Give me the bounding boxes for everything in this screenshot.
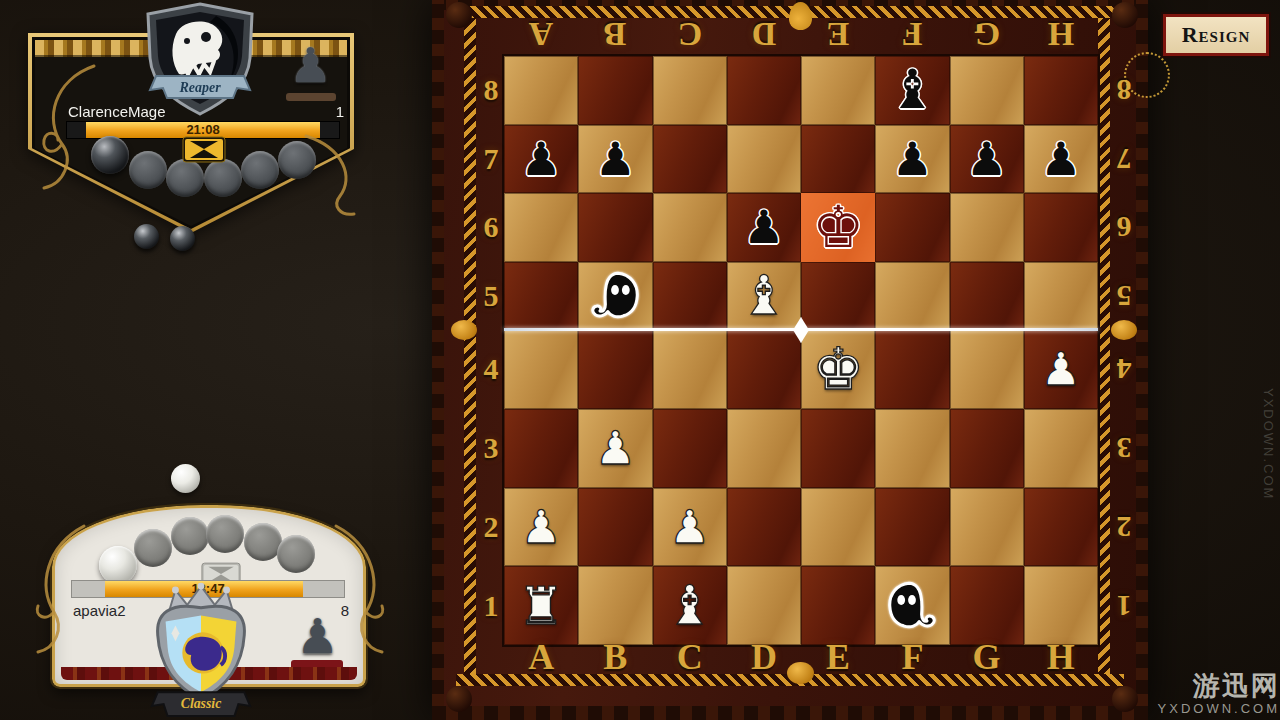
file-label-bottom-f: F bbox=[901, 636, 923, 678]
file-label-top-b: B bbox=[604, 15, 627, 53]
watermark-site-url: YXDOWN.COM bbox=[1158, 702, 1280, 716]
rank-label-left-1: 1 bbox=[484, 589, 499, 623]
file-label-top-d: D bbox=[752, 15, 777, 53]
opponent-pawn-base bbox=[286, 93, 336, 101]
file-label-top-h: H bbox=[1048, 15, 1074, 53]
rank-label-right-2: 2 bbox=[1117, 510, 1132, 544]
file-label-top-a: A bbox=[529, 15, 554, 53]
watermark: 游迅网 YXDOWN.COM bbox=[1158, 672, 1280, 716]
empty-stone-slot bbox=[204, 159, 242, 197]
file-label-top-e: E bbox=[827, 15, 850, 53]
file-label-bottom-a: A bbox=[528, 636, 554, 678]
white-stone-loose bbox=[171, 464, 200, 493]
rank-label-right-1: 1 bbox=[1117, 589, 1132, 623]
file-label-top-c: C bbox=[677, 15, 702, 53]
rank-label-left-8: 8 bbox=[484, 73, 499, 107]
rank-label-right-7: 7 bbox=[1117, 142, 1132, 176]
reaper-army-badge: Reaper bbox=[140, 0, 260, 122]
flourish-ornament bbox=[34, 60, 104, 210]
file-label-bottom-c: C bbox=[677, 636, 703, 678]
rank-label-right-5: 5 bbox=[1117, 279, 1132, 313]
empty-stone-slot bbox=[241, 151, 279, 189]
resign-button[interactable]: Resign bbox=[1163, 14, 1269, 56]
file-label-bottom-h: H bbox=[1047, 636, 1075, 678]
file-label-top-g: G bbox=[973, 15, 999, 53]
watermark-vertical: YXDOWN.COM bbox=[1261, 388, 1276, 500]
empty-stone-slot bbox=[277, 535, 315, 573]
file-label-bottom-g: G bbox=[973, 636, 1001, 678]
hourglass-icon bbox=[182, 136, 226, 163]
file-label-top-f: F bbox=[902, 15, 923, 53]
black-stone-loose bbox=[134, 224, 159, 249]
rank-label-left-7: 7 bbox=[484, 142, 499, 176]
flourish-ornament bbox=[300, 130, 360, 220]
game-screen: ♝♟♟♟♟♟♟♚ ♝♚♟♟♟♟♜♝ AABBCCDDEEFFGGHH887766… bbox=[0, 0, 1280, 720]
dotted-circle-indicator bbox=[1124, 52, 1170, 98]
rank-label-left-3: 3 bbox=[484, 431, 499, 465]
rank-label-left-5: 5 bbox=[484, 279, 499, 313]
rank-label-left-6: 6 bbox=[484, 210, 499, 244]
opponent-score: 1 bbox=[314, 103, 344, 120]
classic-army-badge: Classic bbox=[142, 582, 260, 720]
file-label-bottom-e: E bbox=[826, 636, 850, 678]
empty-stone-slot bbox=[206, 515, 244, 553]
empty-stone-slot bbox=[134, 529, 172, 567]
watermark-site-name: 游迅网 bbox=[1158, 672, 1280, 702]
flourish-ornament bbox=[330, 520, 390, 660]
black-stone-loose bbox=[170, 226, 195, 251]
rank-label-right-3: 3 bbox=[1117, 431, 1132, 465]
rank-label-left-2: 2 bbox=[484, 510, 499, 544]
rank-label-right-4: 4 bbox=[1117, 352, 1132, 386]
classic-badge-label: Classic bbox=[181, 696, 222, 711]
rank-label-left-4: 4 bbox=[484, 352, 499, 386]
file-label-bottom-b: B bbox=[603, 636, 627, 678]
reaper-badge-label: Reaper bbox=[178, 80, 221, 95]
empty-stone-slot bbox=[166, 159, 204, 197]
white-stone bbox=[99, 546, 137, 584]
file-label-bottom-d: D bbox=[751, 636, 777, 678]
empty-stone-slot bbox=[129, 151, 167, 189]
empty-stone-slot bbox=[171, 517, 209, 555]
opponent-pawn-icon: ♟ bbox=[289, 41, 332, 89]
rank-label-right-6: 6 bbox=[1117, 210, 1132, 244]
flourish-ornament bbox=[30, 520, 90, 660]
